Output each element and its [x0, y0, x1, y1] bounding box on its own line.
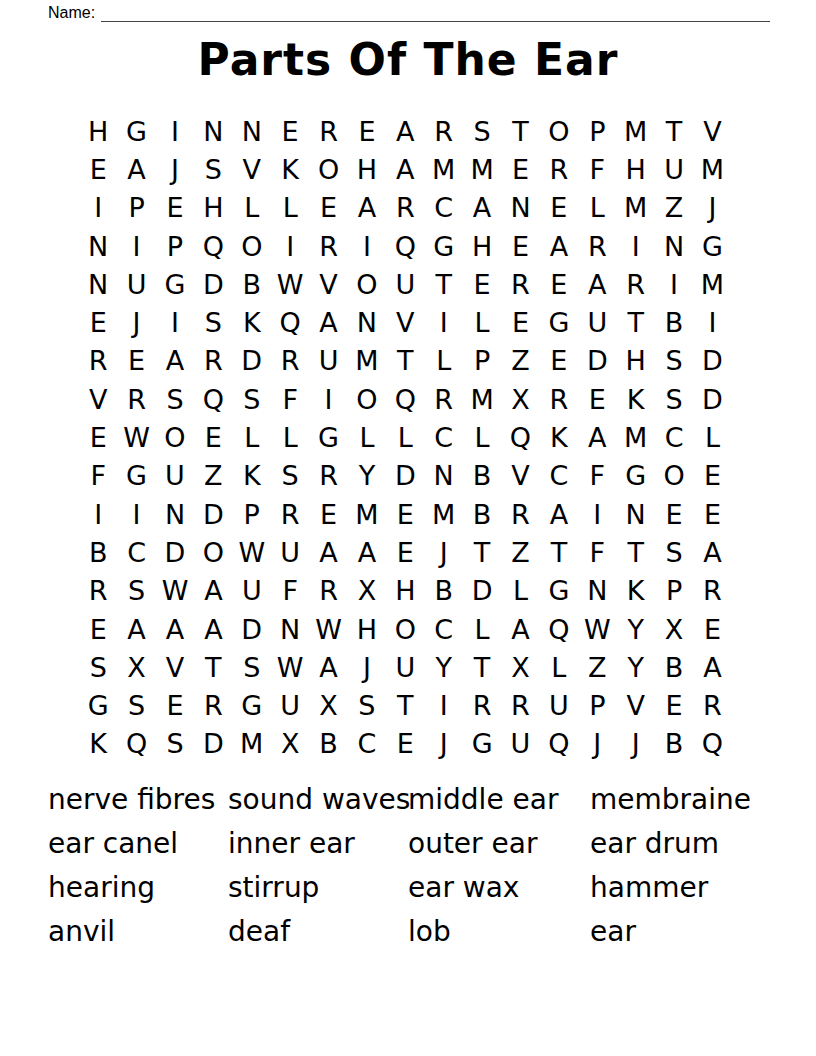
grid-cell-r1c14: P	[578, 112, 616, 150]
grid-cell-r13c16: P	[655, 572, 693, 610]
grid-cell-r6c7: A	[309, 303, 347, 341]
grid-cell-r17c16: B	[655, 725, 693, 763]
grid-cell-r9c3: O	[156, 418, 194, 456]
grid-cell-r16c2: S	[117, 686, 155, 724]
grid-cell-r10c13: C	[540, 457, 578, 495]
grid-cell-r4c10: G	[425, 227, 463, 265]
grid-cell-r2c4: S	[194, 150, 232, 188]
grid-cell-r13c3: W	[156, 572, 194, 610]
grid-cell-r1c13: O	[540, 112, 578, 150]
grid-cell-r5c1: N	[79, 265, 117, 303]
grid-cell-r17c9: E	[386, 725, 424, 763]
grid-cell-r3c14: L	[578, 189, 616, 227]
grid-cell-r16c6: U	[271, 686, 309, 724]
grid-cell-r15c13: L	[540, 648, 578, 686]
grid-cell-r10c4: Z	[194, 457, 232, 495]
grid-cell-r16c3: E	[156, 686, 194, 724]
word-search-grid: HGINNEREARSTOPMTVEAJSVKOHAMMERFHUMIPEHLL…	[79, 112, 732, 763]
grid-cell-r3c3: E	[156, 189, 194, 227]
grid-cell-r6c10: I	[425, 303, 463, 341]
grid-cell-r4c3: P	[156, 227, 194, 265]
grid-cell-r2c11: M	[463, 150, 501, 188]
grid-cell-r16c4: R	[194, 686, 232, 724]
grid-cell-r5c5: B	[233, 265, 271, 303]
grid-cell-r9c6: L	[271, 418, 309, 456]
grid-cell-r7c6: R	[271, 342, 309, 380]
grid-cell-r11c6: R	[271, 495, 309, 533]
grid-cell-r10c1: F	[79, 457, 117, 495]
grid-cell-r4c8: I	[348, 227, 386, 265]
grid-cell-r7c10: L	[425, 342, 463, 380]
grid-cell-r14c6: N	[271, 610, 309, 648]
grid-cell-r17c2: Q	[117, 725, 155, 763]
grid-cell-r16c13: U	[540, 686, 578, 724]
grid-cell-r9c15: M	[616, 418, 654, 456]
grid-cell-r11c1: I	[79, 495, 117, 533]
grid-cell-r9c1: E	[79, 418, 117, 456]
grid-cell-r4c13: A	[540, 227, 578, 265]
grid-cell-r11c16: E	[655, 495, 693, 533]
grid-cell-r4c7: R	[309, 227, 347, 265]
grid-cell-r10c15: G	[616, 457, 654, 495]
grid-cell-r16c9: T	[386, 686, 424, 724]
grid-cell-r15c15: Y	[616, 648, 654, 686]
word-ear-canel: ear canel	[48, 822, 228, 866]
grid-cell-r2c16: U	[655, 150, 693, 188]
grid-cell-r3c11: A	[463, 189, 501, 227]
word-hammer: hammer	[590, 866, 770, 910]
grid-cell-r3c4: H	[194, 189, 232, 227]
grid-cell-r14c8: H	[348, 610, 386, 648]
grid-cell-r15c17: A	[693, 648, 731, 686]
grid-cell-r10c12: V	[501, 457, 539, 495]
grid-cell-r3c10: C	[425, 189, 463, 227]
grid-cell-r6c4: S	[194, 303, 232, 341]
grid-cell-r12c14: F	[578, 533, 616, 571]
grid-cell-r8c16: S	[655, 380, 693, 418]
grid-cell-r7c8: M	[348, 342, 386, 380]
grid-cell-r7c9: T	[386, 342, 424, 380]
grid-cell-r11c5: P	[233, 495, 271, 533]
grid-cell-r14c16: X	[655, 610, 693, 648]
grid-cell-r9c17: L	[693, 418, 731, 456]
grid-cell-r8c7: I	[309, 380, 347, 418]
grid-cell-r13c14: N	[578, 572, 616, 610]
grid-cell-r9c7: G	[309, 418, 347, 456]
grid-cell-r17c3: S	[156, 725, 194, 763]
word-sound-waves: sound waves	[228, 778, 408, 822]
grid-cell-r7c13: E	[540, 342, 578, 380]
grid-cell-r1c1: H	[79, 112, 117, 150]
grid-cell-r5c2: U	[117, 265, 155, 303]
grid-cell-r13c4: A	[194, 572, 232, 610]
grid-cell-r11c14: I	[578, 495, 616, 533]
grid-cell-r5c3: G	[156, 265, 194, 303]
grid-cell-r7c1: R	[79, 342, 117, 380]
word-stirrup: stirrup	[228, 866, 408, 910]
grid-cell-r12c8: A	[348, 533, 386, 571]
grid-cell-r5c10: T	[425, 265, 463, 303]
grid-cell-r16c8: S	[348, 686, 386, 724]
grid-cell-r3c7: E	[309, 189, 347, 227]
grid-cell-r7c4: R	[194, 342, 232, 380]
grid-cell-r15c2: X	[117, 648, 155, 686]
grid-cell-r15c1: S	[79, 648, 117, 686]
grid-cell-r11c8: M	[348, 495, 386, 533]
grid-cell-r4c5: O	[233, 227, 271, 265]
grid-cell-r16c10: I	[425, 686, 463, 724]
grid-cell-r5c17: M	[693, 265, 731, 303]
grid-cell-r15c10: Y	[425, 648, 463, 686]
grid-cell-r16c14: P	[578, 686, 616, 724]
grid-cell-r2c10: M	[425, 150, 463, 188]
grid-cell-r15c4: T	[194, 648, 232, 686]
grid-cell-r2c1: E	[79, 150, 117, 188]
grid-cell-r15c7: A	[309, 648, 347, 686]
grid-cell-r15c16: B	[655, 648, 693, 686]
grid-cell-r13c10: B	[425, 572, 463, 610]
grid-cell-r15c14: Z	[578, 648, 616, 686]
grid-cell-r2c15: H	[616, 150, 654, 188]
grid-cell-r13c6: F	[271, 572, 309, 610]
grid-cell-r12c2: C	[117, 533, 155, 571]
grid-cell-r16c17: R	[693, 686, 731, 724]
grid-cell-r15c12: X	[501, 648, 539, 686]
grid-cell-r1c8: E	[348, 112, 386, 150]
grid-cell-r5c7: V	[309, 265, 347, 303]
grid-cell-r2c3: J	[156, 150, 194, 188]
grid-cell-r1c3: I	[156, 112, 194, 150]
grid-cell-r8c10: R	[425, 380, 463, 418]
grid-cell-r15c6: W	[271, 648, 309, 686]
grid-cell-r5c11: E	[463, 265, 501, 303]
grid-cell-r17c4: D	[194, 725, 232, 763]
grid-cell-r10c10: N	[425, 457, 463, 495]
grid-cell-r12c5: W	[233, 533, 271, 571]
grid-cell-r9c16: C	[655, 418, 693, 456]
grid-cell-r7c2: E	[117, 342, 155, 380]
grid-cell-r9c8: L	[348, 418, 386, 456]
grid-cell-r6c5: K	[233, 303, 271, 341]
grid-cell-r2c7: O	[309, 150, 347, 188]
grid-cell-r11c9: E	[386, 495, 424, 533]
grid-cell-r17c10: J	[425, 725, 463, 763]
grid-cell-r1c4: N	[194, 112, 232, 150]
grid-cell-r13c12: L	[501, 572, 539, 610]
grid-cell-r3c1: I	[79, 189, 117, 227]
grid-cell-r11c10: M	[425, 495, 463, 533]
grid-cell-r1c16: T	[655, 112, 693, 150]
grid-cell-r14c11: L	[463, 610, 501, 648]
grid-cell-r8c15: K	[616, 380, 654, 418]
grid-cell-r9c4: E	[194, 418, 232, 456]
grid-cell-r10c9: D	[386, 457, 424, 495]
grid-cell-r6c8: N	[348, 303, 386, 341]
grid-cell-r13c8: X	[348, 572, 386, 610]
grid-cell-r1c15: M	[616, 112, 654, 150]
grid-cell-r8c17: D	[693, 380, 731, 418]
grid-cell-r3c17: J	[693, 189, 731, 227]
grid-cell-r13c1: R	[79, 572, 117, 610]
name-row: Name:	[48, 4, 770, 22]
grid-cell-r4c12: E	[501, 227, 539, 265]
grid-cell-r3c12: N	[501, 189, 539, 227]
grid-cell-r11c11: B	[463, 495, 501, 533]
grid-cell-r3c15: M	[616, 189, 654, 227]
grid-cell-r9c5: L	[233, 418, 271, 456]
grid-cell-r9c11: L	[463, 418, 501, 456]
grid-cell-r13c7: R	[309, 572, 347, 610]
grid-cell-r7c15: H	[616, 342, 654, 380]
grid-cell-r14c3: A	[156, 610, 194, 648]
grid-cell-r4c1: N	[79, 227, 117, 265]
name-label: Name:	[48, 4, 101, 22]
grid-cell-r2c17: M	[693, 150, 731, 188]
grid-cell-r7c16: S	[655, 342, 693, 380]
grid-cell-r7c5: D	[233, 342, 271, 380]
grid-cell-r1c6: E	[271, 112, 309, 150]
grid-cell-r5c9: U	[386, 265, 424, 303]
grid-cell-r2c2: A	[117, 150, 155, 188]
grid-cell-r14c7: W	[309, 610, 347, 648]
grid-cell-r10c3: U	[156, 457, 194, 495]
grid-cell-r9c9: L	[386, 418, 424, 456]
grid-cell-r5c15: R	[616, 265, 654, 303]
grid-cell-r2c9: A	[386, 150, 424, 188]
grid-cell-r15c11: T	[463, 648, 501, 686]
grid-cell-r6c12: E	[501, 303, 539, 341]
grid-cell-r4c4: Q	[194, 227, 232, 265]
grid-cell-r3c13: E	[540, 189, 578, 227]
grid-cell-r14c2: A	[117, 610, 155, 648]
grid-cell-r7c7: U	[309, 342, 347, 380]
grid-cell-r13c9: H	[386, 572, 424, 610]
grid-cell-r2c12: E	[501, 150, 539, 188]
grid-cell-r8c3: S	[156, 380, 194, 418]
grid-cell-r16c12: R	[501, 686, 539, 724]
word-anvil: anvil	[48, 910, 228, 954]
grid-cell-r7c3: A	[156, 342, 194, 380]
grid-cell-r1c9: A	[386, 112, 424, 150]
grid-cell-r6c13: G	[540, 303, 578, 341]
grid-cell-r17c6: X	[271, 725, 309, 763]
grid-cell-r6c2: J	[117, 303, 155, 341]
grid-cell-r15c9: U	[386, 648, 424, 686]
grid-cell-r17c1: K	[79, 725, 117, 763]
grid-cell-r7c17: D	[693, 342, 731, 380]
grid-cell-r2c13: R	[540, 150, 578, 188]
grid-cell-r14c1: E	[79, 610, 117, 648]
grid-cell-r4c2: I	[117, 227, 155, 265]
puzzle-title: Parts Of The Ear	[0, 34, 816, 85]
grid-cell-r8c2: R	[117, 380, 155, 418]
grid-cell-r6c11: L	[463, 303, 501, 341]
grid-cell-r8c6: F	[271, 380, 309, 418]
grid-cell-r8c8: O	[348, 380, 386, 418]
grid-cell-r14c12: A	[501, 610, 539, 648]
grid-cell-r13c13: G	[540, 572, 578, 610]
grid-cell-r1c7: R	[309, 112, 347, 150]
grid-cell-r9c13: K	[540, 418, 578, 456]
grid-cell-r6c17: I	[693, 303, 731, 341]
grid-cell-r12c10: J	[425, 533, 463, 571]
grid-cell-r11c12: R	[501, 495, 539, 533]
grid-cell-r17c13: Q	[540, 725, 578, 763]
grid-cell-r3c8: A	[348, 189, 386, 227]
grid-cell-r12c7: A	[309, 533, 347, 571]
grid-cell-r9c14: A	[578, 418, 616, 456]
grid-cell-r10c17: E	[693, 457, 731, 495]
grid-cell-r14c15: Y	[616, 610, 654, 648]
grid-cell-r5c16: I	[655, 265, 693, 303]
grid-cell-r1c12: T	[501, 112, 539, 150]
grid-cell-r4c9: Q	[386, 227, 424, 265]
grid-cell-r12c3: D	[156, 533, 194, 571]
grid-cell-r5c4: D	[194, 265, 232, 303]
word-bank: nerve fibressound wavesmiddle earmembrai…	[48, 778, 770, 954]
grid-cell-r11c3: N	[156, 495, 194, 533]
grid-cell-r8c14: E	[578, 380, 616, 418]
grid-cell-r12c15: T	[616, 533, 654, 571]
grid-cell-r9c12: Q	[501, 418, 539, 456]
grid-cell-r10c2: G	[117, 457, 155, 495]
word-outer-ear: outer ear	[408, 822, 590, 866]
grid-cell-r17c17: Q	[693, 725, 731, 763]
grid-cell-r15c3: V	[156, 648, 194, 686]
grid-cell-r14c9: O	[386, 610, 424, 648]
grid-cell-r3c5: L	[233, 189, 271, 227]
grid-cell-r3c2: P	[117, 189, 155, 227]
grid-cell-r10c11: B	[463, 457, 501, 495]
grid-cell-r10c14: F	[578, 457, 616, 495]
grid-cell-r7c12: Z	[501, 342, 539, 380]
grid-cell-r4c11: H	[463, 227, 501, 265]
grid-cell-r6c14: U	[578, 303, 616, 341]
grid-cell-r8c13: R	[540, 380, 578, 418]
grid-cell-r2c5: V	[233, 150, 271, 188]
grid-cell-r3c6: L	[271, 189, 309, 227]
grid-cell-r10c8: Y	[348, 457, 386, 495]
grid-cell-r5c8: O	[348, 265, 386, 303]
grid-cell-r17c7: B	[309, 725, 347, 763]
grid-cell-r10c7: R	[309, 457, 347, 495]
grid-cell-r16c7: X	[309, 686, 347, 724]
grid-cell-r9c10: C	[425, 418, 463, 456]
grid-cell-r13c15: K	[616, 572, 654, 610]
word-ear: ear	[590, 910, 770, 954]
grid-cell-r12c9: E	[386, 533, 424, 571]
grid-cell-r5c6: W	[271, 265, 309, 303]
grid-cell-r6c16: B	[655, 303, 693, 341]
grid-cell-r14c4: A	[194, 610, 232, 648]
grid-cell-r16c11: R	[463, 686, 501, 724]
grid-cell-r16c5: G	[233, 686, 271, 724]
grid-cell-r12c1: B	[79, 533, 117, 571]
grid-cell-r11c15: N	[616, 495, 654, 533]
grid-cell-r12c13: T	[540, 533, 578, 571]
grid-cell-r10c6: S	[271, 457, 309, 495]
word-ear-wax: ear wax	[408, 866, 590, 910]
grid-cell-r17c5: M	[233, 725, 271, 763]
grid-cell-r12c4: O	[194, 533, 232, 571]
grid-cell-r14c13: Q	[540, 610, 578, 648]
grid-cell-r6c6: Q	[271, 303, 309, 341]
grid-cell-r7c11: P	[463, 342, 501, 380]
grid-cell-r14c5: D	[233, 610, 271, 648]
grid-cell-r12c12: Z	[501, 533, 539, 571]
grid-cell-r6c1: E	[79, 303, 117, 341]
grid-cell-r7c14: D	[578, 342, 616, 380]
grid-cell-r4c14: R	[578, 227, 616, 265]
grid-cell-r13c17: R	[693, 572, 731, 610]
grid-cell-r11c2: I	[117, 495, 155, 533]
grid-cell-r5c13: E	[540, 265, 578, 303]
grid-cell-r11c17: E	[693, 495, 731, 533]
grid-cell-r12c17: A	[693, 533, 731, 571]
grid-cell-r6c9: V	[386, 303, 424, 341]
word-deaf: deaf	[228, 910, 408, 954]
grid-cell-r13c5: U	[233, 572, 271, 610]
grid-cell-r6c15: T	[616, 303, 654, 341]
grid-cell-r16c1: G	[79, 686, 117, 724]
grid-cell-r8c5: S	[233, 380, 271, 418]
grid-cell-r8c1: V	[79, 380, 117, 418]
grid-cell-r14c17: E	[693, 610, 731, 648]
grid-cell-r3c9: R	[386, 189, 424, 227]
word-lob: lob	[408, 910, 590, 954]
word-hearing: hearing	[48, 866, 228, 910]
word-middle-ear: middle ear	[408, 778, 590, 822]
grid-cell-r5c12: R	[501, 265, 539, 303]
grid-cell-r10c5: K	[233, 457, 271, 495]
grid-cell-r1c5: N	[233, 112, 271, 150]
grid-cell-r16c15: V	[616, 686, 654, 724]
word-nerve-fibres: nerve fibres	[48, 778, 228, 822]
grid-cell-r2c6: K	[271, 150, 309, 188]
grid-cell-r13c2: S	[117, 572, 155, 610]
grid-cell-r16c16: E	[655, 686, 693, 724]
worksheet-page: Name: Parts Of The Ear HGINNEREARSTOPMTV…	[0, 0, 816, 1056]
grid-cell-r17c12: U	[501, 725, 539, 763]
grid-cell-r8c9: Q	[386, 380, 424, 418]
grid-cell-r1c2: G	[117, 112, 155, 150]
grid-cell-r13c11: D	[463, 572, 501, 610]
grid-cell-r15c5: S	[233, 648, 271, 686]
grid-cell-r12c6: U	[271, 533, 309, 571]
grid-cell-r8c12: X	[501, 380, 539, 418]
grid-cell-r4c17: G	[693, 227, 731, 265]
grid-cell-r2c8: H	[348, 150, 386, 188]
grid-cell-r2c14: F	[578, 150, 616, 188]
grid-cell-r17c15: J	[616, 725, 654, 763]
grid-cell-r8c4: Q	[194, 380, 232, 418]
grid-cell-r1c10: R	[425, 112, 463, 150]
grid-cell-r15c8: J	[348, 648, 386, 686]
grid-cell-r1c17: V	[693, 112, 731, 150]
grid-cell-r14c14: W	[578, 610, 616, 648]
grid-cell-r11c4: D	[194, 495, 232, 533]
name-blank-line	[101, 5, 770, 22]
word-membraine: membraine	[590, 778, 770, 822]
grid-cell-r10c16: O	[655, 457, 693, 495]
grid-cell-r12c11: T	[463, 533, 501, 571]
word-inner-ear: inner ear	[228, 822, 408, 866]
grid-cell-r8c11: M	[463, 380, 501, 418]
grid-cell-r5c14: A	[578, 265, 616, 303]
grid-cell-r3c16: Z	[655, 189, 693, 227]
grid-cell-r14c10: C	[425, 610, 463, 648]
grid-cell-r11c7: E	[309, 495, 347, 533]
